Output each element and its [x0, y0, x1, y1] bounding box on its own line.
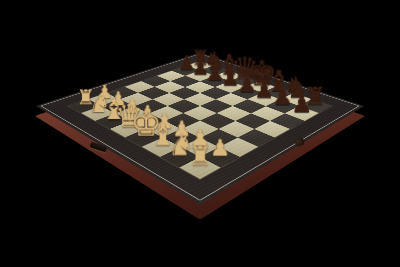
square-h1: ♜ [179, 157, 221, 179]
piece-white-rook: ♜ [173, 144, 229, 171]
chess-board: ♜♞♝♛♚♝♞♜♟♟♟♟♟♟♟♟♟♟♟♟♟♟♟♟♜♞♝♛♚♝♞♜ [36, 53, 364, 205]
piece-black-pawn: ♟ [279, 92, 324, 116]
board-frame: ♜♞♝♛♚♝♞♜♟♟♟♟♟♟♟♟♟♟♟♟♟♟♟♟♜♞♝♛♚♝♞♜ [36, 53, 364, 205]
square-d5 [184, 93, 216, 106]
chess-set-photo: ♜♞♝♛♚♝♞♜♟♟♟♟♟♟♟♟♟♟♟♟♟♟♟♟♜♞♝♛♚♝♞♜ [0, 0, 400, 267]
